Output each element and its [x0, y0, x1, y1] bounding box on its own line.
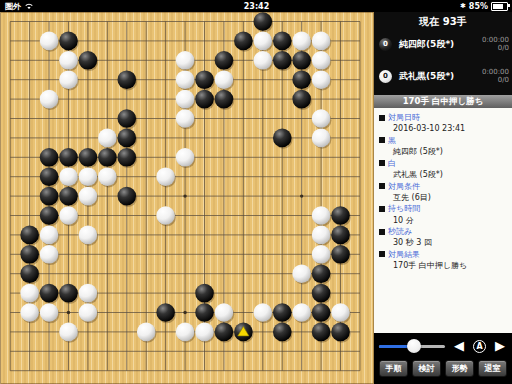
battery-icon [491, 2, 508, 11]
next-move-button[interactable]: ▶ [495, 339, 505, 353]
stone-black [40, 206, 59, 225]
go-board-grid [0, 12, 374, 384]
moves-button[interactable]: 手順 [379, 360, 408, 377]
stone-black [117, 187, 136, 206]
stone-white [79, 284, 98, 303]
stone-black [273, 303, 292, 322]
bullet-icon [379, 137, 385, 143]
stone-white [176, 323, 195, 342]
sidebar: 現在 93手 0 純四郎(5段*) 0:00:00 0/0 0 武礼黒(5段*)… [374, 12, 512, 384]
bullet-icon [379, 183, 385, 189]
stone-black [331, 206, 350, 225]
bluetooth-icon: ✱ [460, 2, 466, 10]
stone-white [59, 323, 78, 342]
stone-black [312, 323, 331, 342]
stone-black [331, 226, 350, 245]
stone-black [59, 148, 78, 167]
stone-black [312, 264, 331, 283]
white-time-main: 0:00:00 [482, 68, 509, 76]
stone-white [312, 226, 331, 245]
info-value: 2016-03-10 23:41 [379, 123, 510, 134]
stone-white [98, 129, 117, 148]
info-value: 純四郎 (5段*) [379, 146, 510, 157]
stone-white [59, 167, 78, 186]
stone-white [312, 32, 331, 51]
stone-black [117, 109, 136, 128]
stone-white [312, 109, 331, 128]
stone-black [215, 51, 234, 70]
stone-white [195, 323, 214, 342]
stone-white [312, 245, 331, 264]
info-label: 対局条件 [388, 181, 420, 192]
stone-white [79, 226, 98, 245]
stone-white [59, 51, 78, 70]
info-label: 秒読み [388, 226, 412, 237]
stone-black [215, 323, 234, 342]
replay-controls: ◀ A ▶ [379, 335, 507, 357]
info-value: 170手 白中押し勝ち [379, 260, 510, 271]
info-value: 互先 (6目) [379, 192, 510, 203]
stone-white [79, 187, 98, 206]
stone-white [98, 167, 117, 186]
stone-white [176, 51, 195, 70]
info-item-conditions: 対局条件 互先 (6目) [379, 180, 510, 203]
stone-black [59, 284, 78, 303]
stone-white [312, 129, 331, 148]
stone-black [156, 303, 175, 322]
stone-black [117, 148, 136, 167]
stone-black [292, 51, 311, 70]
stone-black [20, 264, 39, 283]
stone-white [176, 90, 195, 109]
wifi-icon [24, 2, 34, 10]
info-item-white: 白 武礼黒 (5段*) [379, 158, 510, 181]
players-panel: 現在 93手 0 純四郎(5段*) 0:00:00 0/0 0 武礼黒(5段*)… [374, 12, 512, 95]
stone-white [79, 303, 98, 322]
stone-black [195, 70, 214, 89]
stone-black [273, 51, 292, 70]
stone-black [195, 284, 214, 303]
status-bar: 圏外 23:42 ✱ 85% [0, 0, 512, 12]
info-value: 10 分 [379, 215, 510, 226]
white-player-time: 0:00:00 0/0 [482, 68, 509, 85]
stone-white [292, 32, 311, 51]
stone-black [273, 32, 292, 51]
stone-white [215, 70, 234, 89]
stone-white [312, 206, 331, 225]
stone-white [20, 284, 39, 303]
slider-knob[interactable] [407, 339, 421, 353]
stone-black [20, 245, 39, 264]
stone-white [40, 226, 59, 245]
info-value: 武礼黒 (5段*) [379, 169, 510, 180]
white-time-periods: 0/0 [498, 76, 509, 84]
stone-black [273, 323, 292, 342]
stone-black [40, 148, 59, 167]
stone-white [40, 245, 59, 264]
auto-play-button[interactable]: A [473, 340, 486, 353]
bullet-icon [379, 160, 385, 166]
stone-black [234, 32, 253, 51]
stone-black [59, 32, 78, 51]
result-banner: 170手 白中押し勝ち [374, 95, 512, 108]
stone-white [176, 109, 195, 128]
move-slider[interactable] [379, 345, 445, 348]
stone-white [292, 264, 311, 283]
black-time-periods: 0/0 [498, 44, 509, 52]
stone-black [253, 12, 272, 31]
stone-black [40, 187, 59, 206]
info-item-date: 対局日時 2016-03-10 23:41 [379, 112, 510, 135]
stone-white [59, 70, 78, 89]
stone-black [79, 148, 98, 167]
white-stone-icon: 0 [379, 70, 392, 83]
stone-white [59, 206, 78, 225]
stone-black [59, 187, 78, 206]
stone-black [40, 167, 59, 186]
stone-black [40, 284, 59, 303]
game-info-panel: 対局日時 2016-03-10 23:41 黒 純四郎 (5段*) 白 武礼黒 … [374, 108, 512, 333]
stone-white [253, 32, 272, 51]
bullet-icon [379, 115, 385, 121]
bottom-button-row: 手順 検討 形勢 退室 [379, 360, 507, 377]
black-time-main: 0:00:00 [482, 36, 509, 44]
stone-black [331, 323, 350, 342]
stone-black [312, 303, 331, 322]
stone-black [195, 90, 214, 109]
stone-white [20, 303, 39, 322]
stone-white [40, 32, 59, 51]
info-label: 持ち時間 [388, 203, 420, 214]
stone-white [312, 70, 331, 89]
stone-black [273, 129, 292, 148]
black-player-time: 0:00:00 0/0 [482, 36, 509, 53]
stone-white [156, 167, 175, 186]
carrier-label: 圏外 [5, 1, 21, 12]
review-button[interactable]: 検討 [412, 360, 441, 377]
stone-black [312, 284, 331, 303]
info-item-main-time: 持ち時間 10 分 [379, 203, 510, 226]
info-item-byoyomi: 秒読み 30 秒 3 回 [379, 226, 510, 249]
stone-black [98, 148, 117, 167]
stone-white [156, 206, 175, 225]
info-label: 黒 [388, 135, 396, 146]
stone-white [176, 148, 195, 167]
bullet-icon [379, 251, 385, 257]
black-stone-icon: 0 [379, 38, 392, 51]
go-board[interactable] [0, 12, 374, 384]
bullet-icon [379, 206, 385, 212]
battery-percent: 85% [469, 2, 488, 11]
stone-white [137, 323, 156, 342]
stone-black [195, 303, 214, 322]
stone-white [40, 303, 59, 322]
bullet-icon [379, 229, 385, 235]
stone-white [331, 303, 350, 322]
stone-white [176, 70, 195, 89]
black-player-name: 純四郎(5段*) [399, 38, 482, 51]
stone-black [79, 51, 98, 70]
stone-black [117, 70, 136, 89]
stone-white [79, 167, 98, 186]
current-move-header: 現在 93手 [374, 12, 512, 29]
info-label: 対局結果 [388, 249, 420, 260]
stone-white [215, 303, 234, 322]
stone-black [117, 129, 136, 148]
evaluation-button[interactable]: 形勢 [445, 360, 474, 377]
info-item-black: 黒 純四郎 (5段*) [379, 135, 510, 158]
app-screen: 圏外 23:42 ✱ 85% 現在 93手 0 純四郎(5段*) [0, 0, 512, 384]
clock-label: 23:42 [173, 2, 341, 11]
stone-white [312, 51, 331, 70]
stone-black [331, 245, 350, 264]
player-row-black: 0 純四郎(5段*) 0:00:00 0/0 [379, 31, 509, 57]
stone-white [253, 51, 272, 70]
stone-black [215, 90, 234, 109]
white-player-name: 武礼黒(5段*) [399, 70, 482, 83]
player-row-white: 0 武礼黒(5段*) 0:00:00 0/0 [379, 63, 509, 89]
stone-black [20, 226, 39, 245]
stone-white [292, 303, 311, 322]
leave-room-button[interactable]: 退室 [478, 360, 507, 377]
stone-black [292, 90, 311, 109]
prev-move-button[interactable]: ◀ [454, 339, 464, 353]
info-value: 30 秒 3 回 [379, 237, 510, 248]
info-item-result: 対局結果 170手 白中押し勝ち [379, 249, 510, 272]
stone-white [40, 90, 59, 109]
info-label: 白 [388, 158, 396, 169]
stone-black [292, 70, 311, 89]
stone-white [253, 303, 272, 322]
info-label: 対局日時 [388, 112, 420, 123]
